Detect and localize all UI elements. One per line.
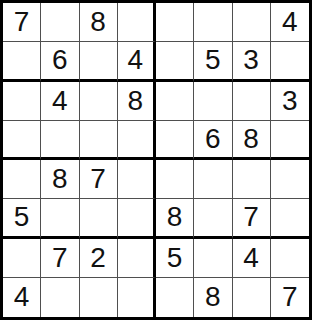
cell-r8c2[interactable] [41,278,79,317]
cell-r7c4[interactable] [118,239,156,278]
cell-r5c3[interactable]: 7 [80,160,118,199]
cell-r6c2[interactable] [41,199,79,238]
cell-r4c8[interactable] [271,121,309,160]
cell-r8c8[interactable]: 7 [271,278,309,317]
cell-r8c4[interactable] [118,278,156,317]
cell-r8c6[interactable]: 8 [194,278,232,317]
cell-r5c5[interactable] [156,160,194,199]
cell-r2c4[interactable]: 4 [118,42,156,81]
cell-r1c6[interactable] [194,3,232,42]
cell-r2c6[interactable]: 5 [194,42,232,81]
cell-r5c6[interactable] [194,160,232,199]
cell-r6c7[interactable]: 7 [233,199,271,238]
cell-r1c3[interactable]: 8 [80,3,118,42]
cell-r4c4[interactable] [118,121,156,160]
cell-r6c4[interactable] [118,199,156,238]
cell-r7c2[interactable]: 7 [41,239,79,278]
cell-r6c1[interactable]: 5 [3,199,41,238]
cell-r2c1[interactable] [3,42,41,81]
cell-r6c5[interactable]: 8 [156,199,194,238]
cell-r2c2[interactable]: 6 [41,42,79,81]
cell-r8c1[interactable]: 4 [3,278,41,317]
cell-r3c1[interactable] [3,82,41,121]
cell-r5c4[interactable] [118,160,156,199]
cell-r2c8[interactable] [271,42,309,81]
cell-r7c5[interactable]: 5 [156,239,194,278]
cell-r3c5[interactable] [156,82,194,121]
cell-r7c7[interactable]: 4 [233,239,271,278]
cell-r7c1[interactable] [3,239,41,278]
cell-r1c2[interactable] [41,3,79,42]
cell-r7c6[interactable] [194,239,232,278]
cell-r5c1[interactable] [3,160,41,199]
cell-r3c8[interactable]: 3 [271,82,309,121]
cell-r1c1[interactable]: 7 [3,3,41,42]
cell-r7c3[interactable]: 2 [80,239,118,278]
cell-r1c5[interactable] [156,3,194,42]
cell-r3c7[interactable] [233,82,271,121]
cell-r5c7[interactable] [233,160,271,199]
cell-r5c8[interactable] [271,160,309,199]
cell-r8c5[interactable] [156,278,194,317]
cell-r4c7[interactable]: 8 [233,121,271,160]
cell-r3c2[interactable]: 4 [41,82,79,121]
cell-r4c6[interactable]: 6 [194,121,232,160]
cell-r1c7[interactable] [233,3,271,42]
cell-r8c3[interactable] [80,278,118,317]
puzzle-page: 784645348368875877254487 [0,0,312,320]
cell-r3c3[interactable] [80,82,118,121]
cell-r1c4[interactable] [118,3,156,42]
sudoku-board: 784645348368875877254487 [0,0,312,320]
cell-r4c2[interactable] [41,121,79,160]
cell-r7c8[interactable] [271,239,309,278]
cell-r4c3[interactable] [80,121,118,160]
cell-r5c2[interactable]: 8 [41,160,79,199]
cell-r6c3[interactable] [80,199,118,238]
cell-r4c5[interactable] [156,121,194,160]
cell-r8c7[interactable] [233,278,271,317]
cell-r1c8[interactable]: 4 [271,3,309,42]
cell-r6c6[interactable] [194,199,232,238]
cell-r2c3[interactable] [80,42,118,81]
cell-r2c5[interactable] [156,42,194,81]
cell-r4c1[interactable] [3,121,41,160]
cell-r3c4[interactable]: 8 [118,82,156,121]
cell-r2c7[interactable]: 3 [233,42,271,81]
cell-r6c8[interactable] [271,199,309,238]
cell-r3c6[interactable] [194,82,232,121]
